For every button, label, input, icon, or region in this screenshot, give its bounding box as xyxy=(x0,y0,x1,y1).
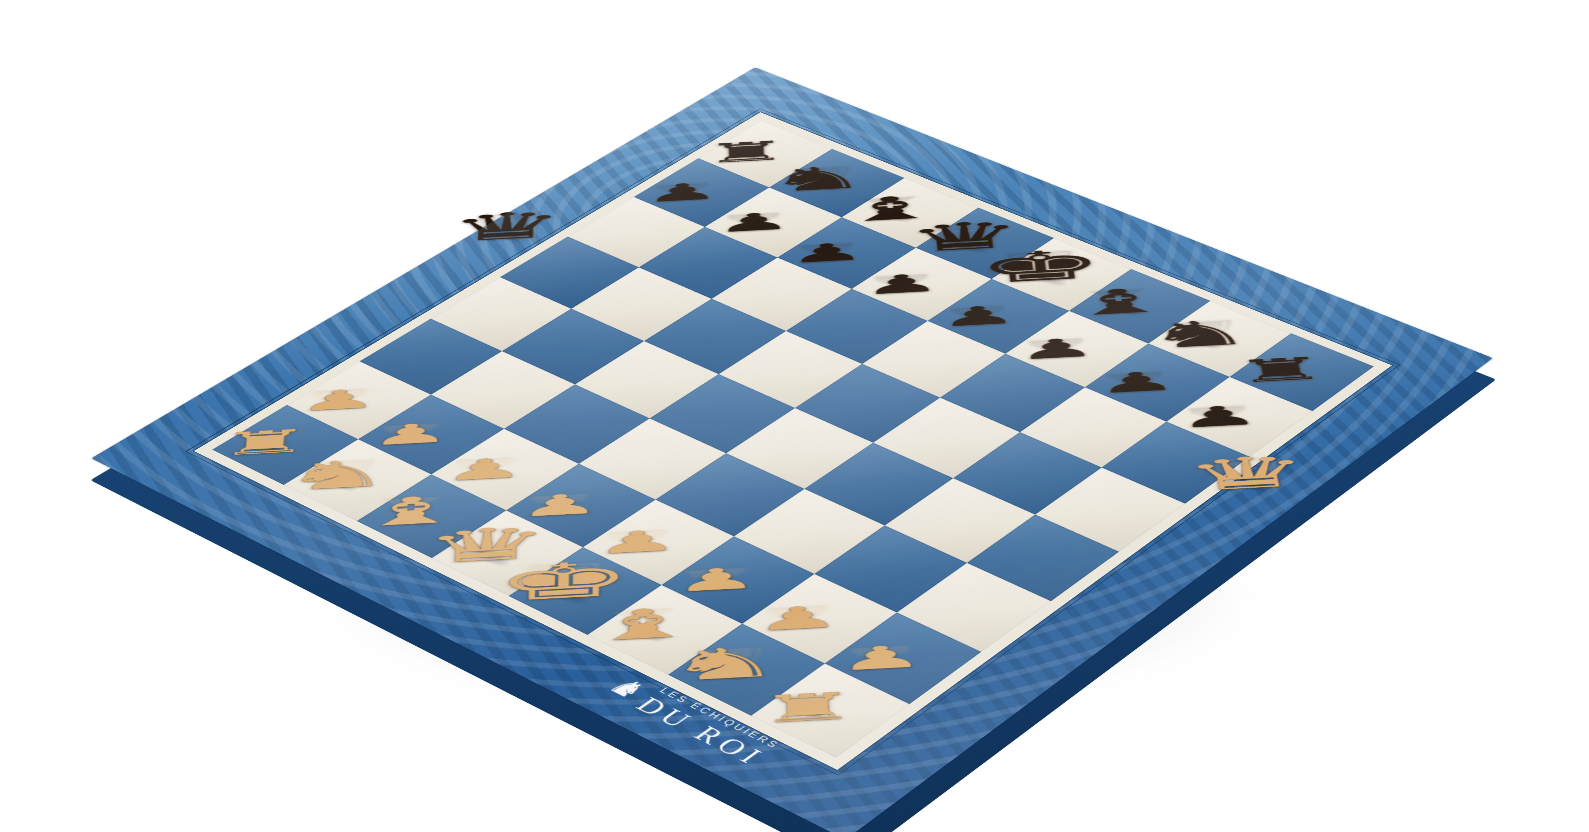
square-c2[interactable] xyxy=(431,429,579,511)
square-e4[interactable] xyxy=(726,408,873,489)
square-d2[interactable] xyxy=(506,464,655,547)
square-h4[interactable] xyxy=(967,515,1119,602)
square-g6[interactable] xyxy=(1020,387,1167,467)
square-h2[interactable] xyxy=(825,612,982,704)
square-g3[interactable] xyxy=(814,525,967,612)
piece-glyph: ♟ xyxy=(1015,333,1098,363)
square-f2[interactable] xyxy=(662,536,815,623)
square-h3[interactable] xyxy=(897,563,1051,652)
square-g5[interactable] xyxy=(953,432,1101,514)
square-g2[interactable] xyxy=(742,574,897,664)
chessboard-photo: ♞ LES ÉCHIQUIERS DU ROI ♜♜♞♞♝♝♛♛♚♚♝♝♞♞♜♜… xyxy=(0,0,1589,832)
square-d3[interactable] xyxy=(579,418,726,499)
piece-glyph: ♟ xyxy=(298,384,380,415)
square-f3[interactable] xyxy=(734,489,885,574)
square-h5[interactable] xyxy=(1035,467,1185,551)
